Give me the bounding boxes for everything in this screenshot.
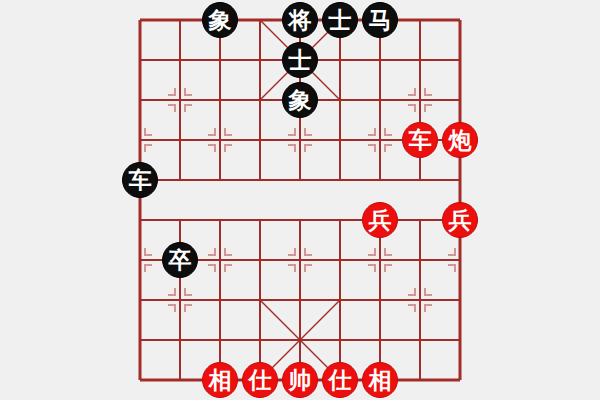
piece-red-cannon[interactable]: 炮	[442, 122, 478, 158]
piece-red-general[interactable]: 帅	[282, 362, 318, 398]
piece-red-advisor[interactable]: 仕	[242, 362, 278, 398]
piece-black-elephant[interactable]: 象	[202, 2, 238, 38]
piece-black-elephant[interactable]: 象	[282, 82, 318, 118]
piece-black-advisor[interactable]: 士	[322, 2, 358, 38]
piece-red-elephant[interactable]: 相	[362, 362, 398, 398]
piece-red-elephant[interactable]: 相	[202, 362, 238, 398]
piece-layer: 象将士马士象车炮车兵兵卒相仕帅仕相	[120, 0, 480, 400]
piece-red-advisor[interactable]: 仕	[322, 362, 358, 398]
piece-black-horse[interactable]: 马	[362, 2, 398, 38]
piece-red-rook[interactable]: 车	[402, 122, 438, 158]
xiangqi-board: 象将士马士象车炮车兵兵卒相仕帅仕相	[0, 0, 600, 400]
piece-red-pawn[interactable]: 兵	[362, 202, 398, 238]
piece-black-advisor[interactable]: 士	[282, 42, 318, 78]
piece-black-pawn[interactable]: 卒	[162, 242, 198, 278]
piece-black-general[interactable]: 将	[282, 2, 318, 38]
piece-black-rook[interactable]: 车	[122, 162, 158, 198]
piece-red-pawn[interactable]: 兵	[442, 202, 478, 238]
